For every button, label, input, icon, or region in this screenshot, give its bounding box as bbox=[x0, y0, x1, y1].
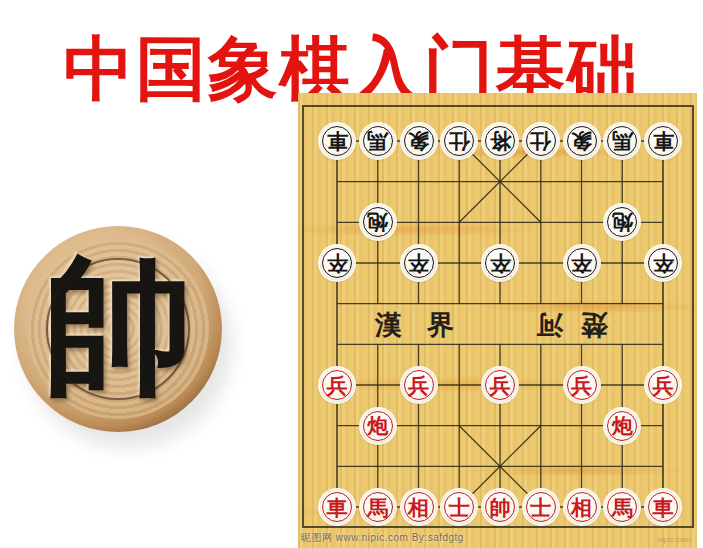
piece-character: 象 bbox=[408, 131, 429, 152]
piece-red-f0-r6: 兵 bbox=[320, 368, 354, 402]
piece-red-f8-r6: 兵 bbox=[646, 368, 680, 402]
piece-black-f6-r0: 象 bbox=[565, 124, 599, 158]
piece-red-f1-r9: 馬 bbox=[361, 490, 395, 524]
piece-character: 兵 bbox=[490, 375, 511, 396]
piece-red-f6-r9: 相 bbox=[565, 490, 599, 524]
piece-red-f2-r6: 兵 bbox=[402, 368, 436, 402]
piece-character: 卒 bbox=[571, 253, 592, 274]
river-text-han-jie: 漢 界 bbox=[375, 306, 454, 344]
watermark-left: 昵图网 www.nipic.com By:safdgtg bbox=[301, 531, 464, 545]
piece-character: 炮 bbox=[612, 415, 633, 436]
piece-character: 仕 bbox=[449, 131, 470, 152]
piece-black-f4-r3: 卒 bbox=[483, 246, 517, 280]
hero-piece-face: 帥 bbox=[27, 239, 209, 419]
piece-character: 帥 bbox=[490, 497, 511, 518]
piece-character: 炮 bbox=[367, 415, 388, 436]
piece-character: 兵 bbox=[571, 375, 592, 396]
piece-black-f1-r0: 馬 bbox=[361, 124, 395, 158]
piece-black-f3-r0: 仕 bbox=[442, 124, 476, 158]
piece-black-f8-r0: 車 bbox=[646, 124, 680, 158]
piece-character: 車 bbox=[327, 131, 348, 152]
piece-character: 馬 bbox=[612, 131, 633, 152]
piece-red-f3-r9: 士 bbox=[442, 490, 476, 524]
piece-character: 馬 bbox=[612, 497, 633, 518]
piece-black-f8-r3: 卒 bbox=[646, 246, 680, 280]
piece-black-f4-r0: 将 bbox=[483, 124, 517, 158]
piece-red-f4-r9: 帥 bbox=[483, 490, 517, 524]
piece-character: 車 bbox=[653, 497, 674, 518]
piece-character: 兵 bbox=[653, 375, 674, 396]
piece-red-f6-r6: 兵 bbox=[565, 368, 599, 402]
piece-black-f6-r3: 卒 bbox=[565, 246, 599, 280]
piece-character: 象 bbox=[571, 131, 592, 152]
piece-red-f2-r9: 相 bbox=[402, 490, 436, 524]
piece-character: 馬 bbox=[367, 497, 388, 518]
piece-black-f7-r0: 馬 bbox=[605, 124, 639, 158]
piece-character: 将 bbox=[490, 131, 511, 152]
piece-character: 卒 bbox=[653, 253, 674, 274]
piece-black-f1-r2: 炮 bbox=[361, 205, 395, 239]
board-grid-lines bbox=[298, 93, 697, 548]
piece-character: 炮 bbox=[612, 212, 633, 233]
piece-character: 士 bbox=[449, 497, 470, 518]
piece-black-f5-r0: 仕 bbox=[524, 124, 558, 158]
tutorial-image: 中国象棋入门基础 帥 漢 界 楚 河 昵图网 www.nipic.com By:… bbox=[0, 0, 703, 548]
piece-black-f2-r0: 象 bbox=[402, 124, 436, 158]
river-text-chu-he-rotated: 楚 河 bbox=[536, 306, 608, 344]
piece-character: 兵 bbox=[327, 375, 348, 396]
hero-piece-character: 帥 bbox=[43, 250, 193, 400]
piece-black-f2-r3: 卒 bbox=[402, 246, 436, 280]
piece-character: 卒 bbox=[327, 253, 348, 274]
hero-wooden-piece: 帥 bbox=[14, 226, 222, 432]
piece-character: 士 bbox=[530, 497, 551, 518]
piece-red-f4-r6: 兵 bbox=[483, 368, 517, 402]
piece-red-f1-r7: 炮 bbox=[361, 409, 395, 443]
watermark-right: nipic.com bbox=[657, 535, 691, 544]
piece-character: 卒 bbox=[490, 253, 511, 274]
piece-red-f7-r7: 炮 bbox=[605, 409, 639, 443]
piece-character: 炮 bbox=[367, 212, 388, 233]
piece-red-f5-r9: 士 bbox=[524, 490, 558, 524]
piece-red-f0-r9: 車 bbox=[320, 490, 354, 524]
piece-black-f0-r3: 卒 bbox=[320, 246, 354, 280]
piece-character: 相 bbox=[408, 497, 429, 518]
piece-character: 卒 bbox=[408, 253, 429, 274]
piece-red-f7-r9: 馬 bbox=[605, 490, 639, 524]
piece-character: 相 bbox=[571, 497, 592, 518]
piece-red-f8-r9: 車 bbox=[646, 490, 680, 524]
piece-character: 車 bbox=[653, 131, 674, 152]
piece-character: 仕 bbox=[530, 131, 551, 152]
piece-character: 車 bbox=[327, 497, 348, 518]
piece-character: 馬 bbox=[367, 131, 388, 152]
piece-black-f0-r0: 車 bbox=[320, 124, 354, 158]
xiangqi-board: 漢 界 楚 河 昵图网 www.nipic.com By:safdgtg nip… bbox=[298, 93, 697, 548]
piece-character: 兵 bbox=[408, 375, 429, 396]
